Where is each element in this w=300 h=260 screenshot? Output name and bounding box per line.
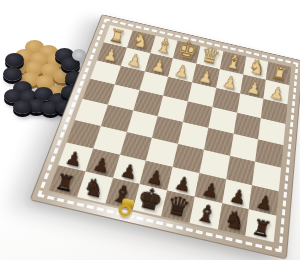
checker-disc-black — [3, 67, 22, 81]
chess-board: ♜♞♝♚♛♝♞♜♟♟♟♟♟♟♟♟♟♟♟♟♟♟♟♟♜♞♝♚♛♝♞♜ — [44, 0, 300, 260]
square-b6 — [226, 156, 256, 185]
piece-black-rook: ♜ — [49, 170, 82, 197]
square-d8: ♛ — [161, 191, 194, 223]
square-c8: ♝ — [189, 197, 221, 229]
square-a2: ♟ — [264, 80, 290, 104]
square-h6 — [67, 120, 101, 148]
square-c2: ♟ — [216, 69, 243, 93]
checker-disc-black — [5, 53, 24, 67]
square-a6 — [252, 161, 281, 190]
square-c6 — [199, 150, 229, 179]
piece-black-rook: ♜ — [246, 215, 279, 242]
square-b2: ♟ — [240, 74, 266, 98]
square-g6 — [93, 126, 126, 154]
checker-disc-black — [13, 100, 32, 114]
board-grid: ♜♞♝♚♛♝♞♜♟♟♟♟♟♟♟♟♟♟♟♟♟♟♟♟♜♞♝♚♛♝♞♜ — [49, 25, 291, 242]
square-a4 — [258, 118, 285, 145]
piece-black-queen: ♛ — [161, 191, 195, 223]
square-h8: ♜ — [49, 165, 86, 196]
square-f4 — [133, 90, 163, 116]
square-a8: ♜ — [246, 210, 277, 243]
scene: ♜♞♝♚♛♝♞♜♟♟♟♟♟♟♟♟♟♟♟♟♟♟♟♟♜♞♝♚♛♝♞♜ — [0, 0, 300, 260]
square-d1: ♛ — [196, 46, 223, 69]
square-b8: ♞ — [217, 203, 249, 236]
